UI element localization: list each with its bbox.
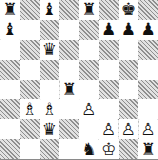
square-h6 <box>138 40 158 60</box>
square-a5 <box>0 60 20 80</box>
square-f4 <box>99 80 119 100</box>
square-h1: ♜ <box>138 139 158 159</box>
square-b4 <box>20 80 40 100</box>
square-h8 <box>138 0 158 20</box>
square-h2: ♙ <box>138 119 158 139</box>
square-b2 <box>20 119 40 139</box>
square-d3 <box>59 99 79 119</box>
black-pawn: ♟ <box>101 20 116 39</box>
black-bishop: ♝ <box>42 0 57 19</box>
white-bishop: ♗ <box>22 100 37 119</box>
square-d8 <box>59 0 79 20</box>
square-f7: ♟ <box>99 20 119 40</box>
square-a3 <box>0 99 20 119</box>
square-g8: ♚ <box>119 0 139 20</box>
square-b3: ♗ <box>20 99 40 119</box>
black-bishop: ♝ <box>1 20 18 39</box>
square-b7 <box>20 20 40 40</box>
white-pawn: ♙ <box>100 120 117 139</box>
white-pawn: ♙ <box>121 120 136 139</box>
square-g3 <box>119 99 139 119</box>
square-d1 <box>59 139 79 159</box>
square-e2 <box>79 119 99 139</box>
square-h5 <box>138 60 158 80</box>
square-d5 <box>59 60 79 80</box>
square-e3: ♙ <box>79 99 99 119</box>
square-d2 <box>59 119 79 139</box>
square-h4 <box>138 80 158 100</box>
square-g6 <box>119 40 139 60</box>
square-e4 <box>79 80 99 100</box>
square-e1: ♞ <box>79 139 99 159</box>
square-c7 <box>40 20 60 40</box>
black-pawn: ♟ <box>141 20 156 39</box>
square-a2 <box>0 119 20 139</box>
square-c5 <box>40 60 60 80</box>
square-g7: ♟ <box>119 20 139 40</box>
square-h7: ♟ <box>138 20 158 40</box>
square-a7: ♝ <box>0 20 20 40</box>
square-c4 <box>40 80 60 100</box>
square-f5 <box>99 60 119 80</box>
square-f2: ♙ <box>99 119 119 139</box>
square-g1 <box>119 139 139 159</box>
square-a1 <box>0 139 20 159</box>
square-c6: ♛ <box>40 40 60 60</box>
square-f8 <box>99 0 119 20</box>
black-pawn: ♟ <box>120 20 137 39</box>
square-c3: ♗ <box>40 99 60 119</box>
black-queen: ♛ <box>42 40 57 59</box>
square-a4 <box>0 80 20 100</box>
black-rook: ♜ <box>2 0 17 19</box>
white-king: ♔ <box>101 140 116 159</box>
square-e7 <box>79 20 99 40</box>
square-c2: ♛ <box>40 119 60 139</box>
black-rook: ♜ <box>81 0 96 19</box>
square-g4 <box>119 80 139 100</box>
square-f1: ♔ <box>99 139 119 159</box>
square-b1 <box>20 139 40 159</box>
black-rook: ♜ <box>141 140 156 159</box>
square-h3 <box>138 99 158 119</box>
square-e6 <box>79 40 99 60</box>
black-rook: ♜ <box>61 80 78 99</box>
square-d4: ♜ <box>59 80 79 100</box>
square-a8: ♜ <box>0 0 20 20</box>
square-c1 <box>40 139 60 159</box>
square-f6 <box>99 40 119 60</box>
square-b8 <box>20 0 40 20</box>
square-g5 <box>119 60 139 80</box>
square-b6 <box>20 40 40 60</box>
square-d7 <box>59 20 79 40</box>
black-king: ♚ <box>121 0 136 19</box>
white-pawn: ♙ <box>80 100 97 119</box>
black-queen: ♛ <box>42 120 57 139</box>
white-pawn: ♙ <box>140 120 157 139</box>
square-d6 <box>59 40 79 60</box>
square-g2: ♙ <box>119 119 139 139</box>
square-e8: ♜ <box>79 0 99 20</box>
black-knight: ♞ <box>80 140 97 159</box>
square-c8: ♝ <box>40 0 60 20</box>
white-bishop: ♗ <box>41 100 58 119</box>
square-e5 <box>79 60 99 80</box>
square-a6 <box>0 40 20 60</box>
square-f3 <box>99 99 119 119</box>
square-b5 <box>20 60 40 80</box>
chess-board: ♜♝♜♚♝♟♟♟♛♜♗♗♙♛♙♙♙♞♔♜ <box>0 0 158 160</box>
